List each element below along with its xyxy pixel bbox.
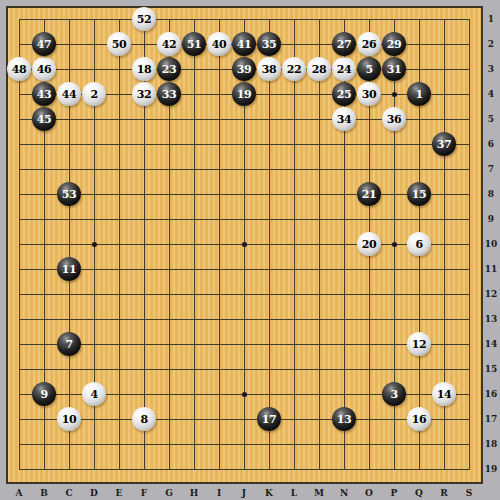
move-number-label: 27 — [337, 39, 351, 50]
stone-black-move-39: 39 — [232, 57, 256, 81]
stone-white-move-48: 48 — [7, 57, 31, 81]
row-label-7: 7 — [483, 164, 499, 175]
move-number-label: 46 — [37, 64, 51, 75]
stone-white-move-6: 6 — [407, 232, 431, 256]
stone-black-move-35: 35 — [257, 32, 281, 56]
move-number-label: 18 — [137, 64, 151, 75]
stone-black-move-3: 3 — [382, 382, 406, 406]
move-number-label: 8 — [140, 414, 147, 425]
move-number-label: 39 — [237, 64, 251, 75]
move-number-label: 14 — [437, 389, 451, 400]
move-number-label: 16 — [412, 414, 426, 425]
stone-white-move-22: 22 — [282, 57, 306, 81]
stone-black-move-9: 9 — [32, 382, 56, 406]
move-number-label: 19 — [237, 89, 251, 100]
row-label-15: 15 — [483, 364, 499, 375]
move-number-label: 7 — [65, 339, 72, 350]
move-number-label: 24 — [337, 64, 351, 75]
col-label-C: C — [61, 488, 77, 499]
stone-black-move-45: 45 — [32, 107, 56, 131]
grid-hline — [19, 469, 470, 470]
row-label-16: 16 — [483, 389, 499, 400]
stone-black-move-25: 25 — [332, 82, 356, 106]
move-number-label: 11 — [62, 264, 76, 275]
row-label-18: 18 — [483, 439, 499, 450]
stone-black-move-27: 27 — [332, 32, 356, 56]
row-label-12: 12 — [483, 289, 499, 300]
move-number-label: 25 — [337, 89, 351, 100]
col-label-Q: Q — [411, 488, 427, 499]
move-number-label: 15 — [412, 189, 426, 200]
move-number-label: 31 — [387, 64, 401, 75]
move-number-label: 53 — [62, 189, 76, 200]
col-label-B: B — [36, 488, 52, 499]
row-label-2: 2 — [483, 39, 499, 50]
stone-black-move-1: 1 — [407, 82, 431, 106]
move-number-label: 38 — [262, 64, 276, 75]
move-number-label: 47 — [37, 39, 51, 50]
col-label-E: E — [111, 488, 127, 499]
stone-black-move-29: 29 — [382, 32, 406, 56]
move-number-label: 2 — [90, 89, 97, 100]
stone-white-move-38: 38 — [257, 57, 281, 81]
grid-hline — [19, 369, 470, 370]
row-label-10: 10 — [483, 239, 499, 250]
col-label-L: L — [286, 488, 302, 499]
stone-white-move-42: 42 — [157, 32, 181, 56]
move-number-label: 5 — [365, 64, 372, 75]
stone-black-move-17: 17 — [257, 407, 281, 431]
move-number-label: 1 — [415, 89, 422, 100]
grid-hline — [19, 419, 470, 420]
stone-black-move-43: 43 — [32, 82, 56, 106]
star-point-D10 — [92, 242, 97, 247]
move-number-label: 40 — [212, 39, 226, 50]
stone-white-move-4: 4 — [82, 382, 106, 406]
star-point-P4 — [392, 92, 397, 97]
row-label-3: 3 — [483, 64, 499, 75]
stone-white-move-16: 16 — [407, 407, 431, 431]
stone-white-move-52: 52 — [132, 7, 156, 31]
move-number-label: 51 — [187, 39, 201, 50]
stone-black-move-11: 11 — [57, 257, 81, 281]
stone-black-move-51: 51 — [182, 32, 206, 56]
move-number-label: 26 — [362, 39, 376, 50]
row-label-19: 19 — [483, 464, 499, 475]
row-label-17: 17 — [483, 414, 499, 425]
stone-white-move-36: 36 — [382, 107, 406, 131]
stone-white-move-20: 20 — [357, 232, 381, 256]
grid-vline — [269, 19, 270, 470]
move-number-label: 32 — [137, 89, 151, 100]
stone-black-move-21: 21 — [357, 182, 381, 206]
stone-white-move-40: 40 — [207, 32, 231, 56]
grid-vline — [319, 19, 320, 470]
stone-white-move-28: 28 — [307, 57, 331, 81]
stone-white-move-18: 18 — [132, 57, 156, 81]
stone-white-move-34: 34 — [332, 107, 356, 131]
col-label-A: A — [11, 488, 27, 499]
move-number-label: 20 — [362, 239, 376, 250]
move-number-label: 33 — [162, 89, 176, 100]
stone-white-move-10: 10 — [57, 407, 81, 431]
col-label-K: K — [261, 488, 277, 499]
move-number-label: 13 — [337, 414, 351, 425]
col-label-F: F — [136, 488, 152, 499]
col-label-D: D — [86, 488, 102, 499]
stone-white-move-24: 24 — [332, 57, 356, 81]
stone-black-move-31: 31 — [382, 57, 406, 81]
row-label-1: 1 — [483, 14, 499, 25]
stone-black-move-19: 19 — [232, 82, 256, 106]
row-label-8: 8 — [483, 189, 499, 200]
go-diagram-window: 1234567891011121314151617181920212223242… — [0, 0, 500, 500]
move-number-label: 9 — [40, 389, 47, 400]
col-label-J: J — [236, 488, 252, 499]
row-label-13: 13 — [483, 314, 499, 325]
star-point-P10 — [392, 242, 397, 247]
col-label-O: O — [361, 488, 377, 499]
move-number-label: 30 — [362, 89, 376, 100]
col-label-N: N — [336, 488, 352, 499]
stone-black-move-53: 53 — [57, 182, 81, 206]
stone-white-move-2: 2 — [82, 82, 106, 106]
move-number-label: 29 — [387, 39, 401, 50]
move-number-label: 4 — [90, 389, 97, 400]
star-point-J10 — [242, 242, 247, 247]
row-label-11: 11 — [483, 264, 499, 275]
move-number-label: 41 — [237, 39, 251, 50]
move-number-label: 42 — [162, 39, 176, 50]
stone-black-move-13: 13 — [332, 407, 356, 431]
move-number-label: 43 — [37, 89, 51, 100]
move-number-label: 23 — [162, 64, 176, 75]
stone-black-move-15: 15 — [407, 182, 431, 206]
row-label-6: 6 — [483, 139, 499, 150]
col-label-P: P — [386, 488, 402, 499]
move-number-label: 35 — [262, 39, 276, 50]
stone-white-move-14: 14 — [432, 382, 456, 406]
col-label-I: I — [211, 488, 227, 499]
grid-hline — [19, 344, 470, 345]
stone-white-move-12: 12 — [407, 332, 431, 356]
grid-hline — [19, 269, 470, 270]
stone-black-move-5: 5 — [357, 57, 381, 81]
col-label-G: G — [161, 488, 177, 499]
stone-white-move-32: 32 — [132, 82, 156, 106]
stone-black-move-7: 7 — [57, 332, 81, 356]
row-label-4: 4 — [483, 89, 499, 100]
col-label-S: S — [461, 488, 477, 499]
grid-vline — [469, 19, 470, 470]
move-number-label: 22 — [287, 64, 301, 75]
star-point-J16 — [242, 392, 247, 397]
move-number-label: 48 — [12, 64, 26, 75]
stone-white-move-50: 50 — [107, 32, 131, 56]
move-number-label: 3 — [390, 389, 397, 400]
stone-black-move-47: 47 — [32, 32, 56, 56]
grid-hline — [19, 294, 470, 295]
grid-hline — [19, 319, 470, 320]
move-number-label: 50 — [112, 39, 126, 50]
row-label-14: 14 — [483, 339, 499, 350]
move-number-label: 44 — [62, 89, 76, 100]
stone-white-move-26: 26 — [357, 32, 381, 56]
move-number-label: 10 — [62, 414, 76, 425]
move-number-label: 45 — [37, 114, 51, 125]
move-number-label: 37 — [437, 139, 451, 150]
row-label-5: 5 — [483, 114, 499, 125]
col-label-R: R — [436, 488, 452, 499]
move-number-label: 12 — [412, 339, 426, 350]
stone-black-move-23: 23 — [157, 57, 181, 81]
row-label-9: 9 — [483, 214, 499, 225]
move-number-label: 21 — [362, 189, 376, 200]
stone-black-move-37: 37 — [432, 132, 456, 156]
move-number-label: 28 — [312, 64, 326, 75]
move-number-label: 17 — [262, 414, 276, 425]
move-number-label: 34 — [337, 114, 351, 125]
move-number-label: 36 — [387, 114, 401, 125]
move-number-label: 52 — [137, 14, 151, 25]
col-label-H: H — [186, 488, 202, 499]
stone-white-move-46: 46 — [32, 57, 56, 81]
stone-black-move-41: 41 — [232, 32, 256, 56]
col-label-M: M — [311, 488, 327, 499]
stone-white-move-30: 30 — [357, 82, 381, 106]
move-number-label: 6 — [415, 239, 422, 250]
stone-white-move-8: 8 — [132, 407, 156, 431]
stone-black-move-33: 33 — [157, 82, 181, 106]
stone-white-move-44: 44 — [57, 82, 81, 106]
grid-hline — [19, 444, 470, 445]
grid-vline — [294, 19, 295, 470]
